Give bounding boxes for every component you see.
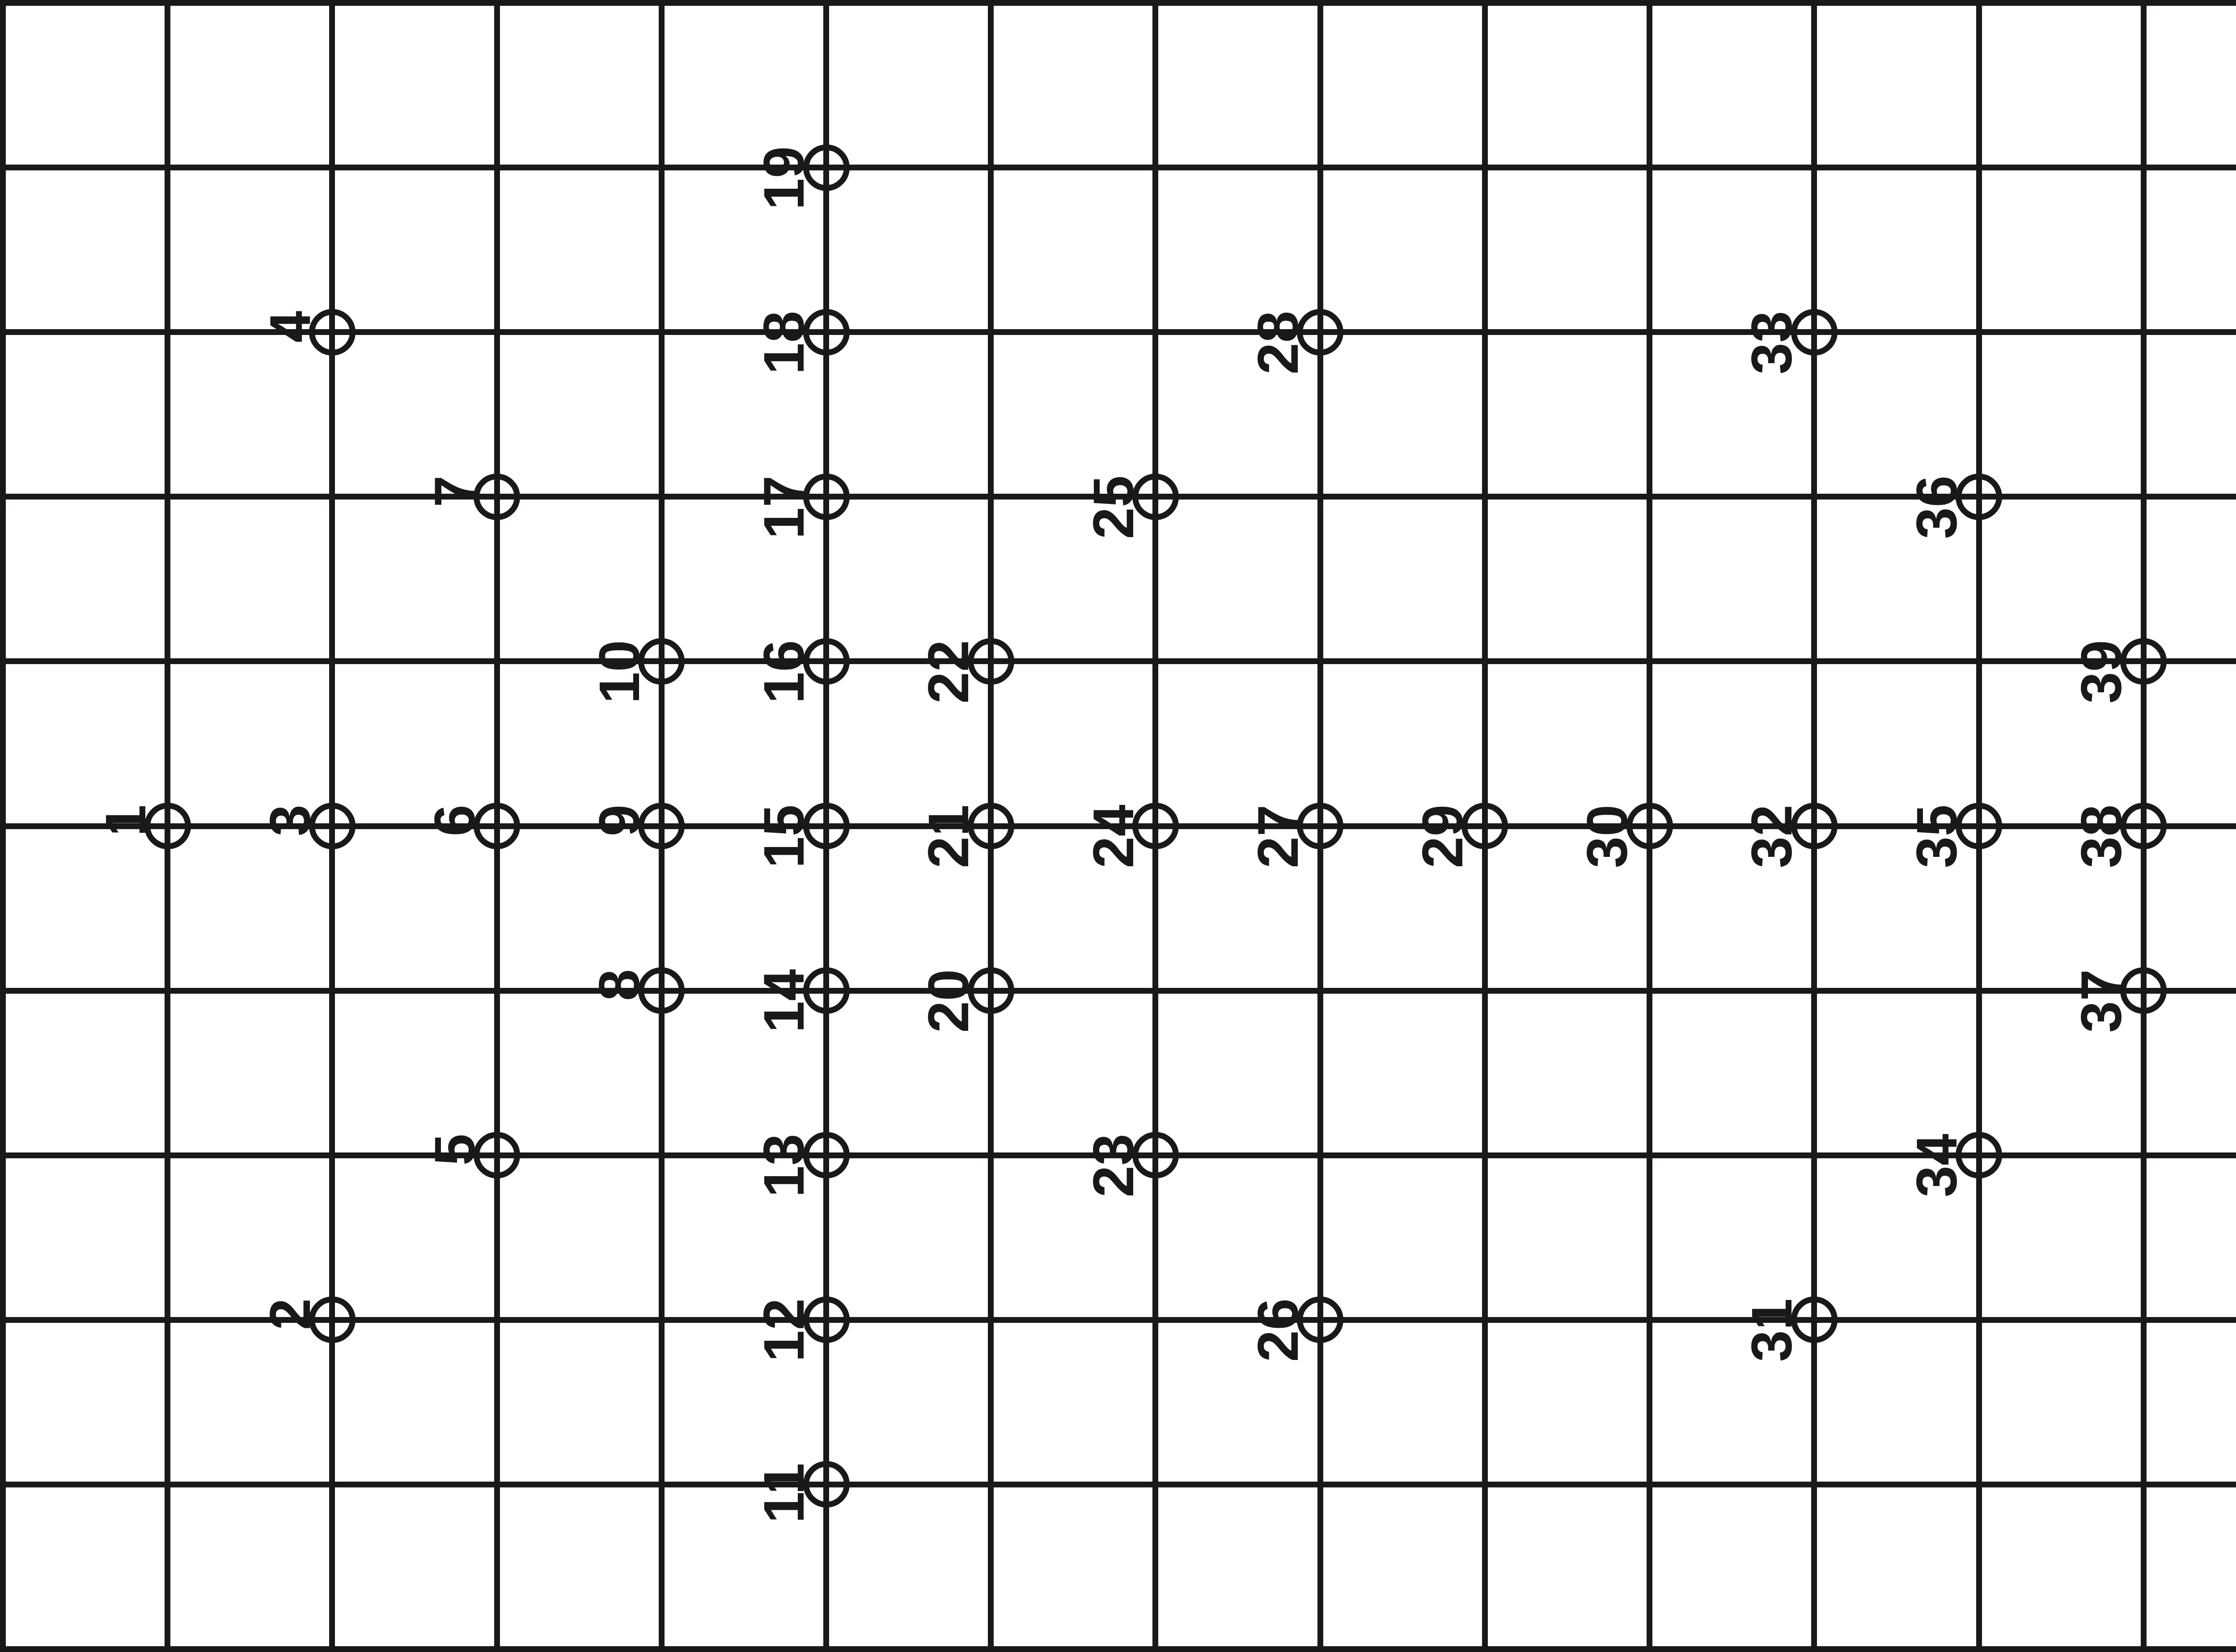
dot-number-label: 31 — [1744, 1298, 1801, 1362]
dot-number-label: 36 — [1908, 475, 1965, 539]
dot-number-label: 34 — [1908, 1134, 1965, 1197]
dot-number-label: 1 — [97, 805, 154, 836]
dot-number-label: 17 — [756, 475, 813, 539]
dot-number-label: 2 — [262, 1298, 319, 1330]
puzzle-board: 1234567891011121314151617181920212223242… — [0, 0, 2236, 1652]
dot-number-label: 4 — [262, 311, 319, 343]
dot-number-label: 28 — [1249, 311, 1307, 374]
dot-number-label: 26 — [1249, 1298, 1307, 1362]
dot-number-label: 30 — [1579, 805, 1636, 868]
dot-number-label: 14 — [756, 969, 813, 1033]
dot-number-label: 7 — [426, 475, 483, 507]
dot-number-label: 22 — [920, 640, 978, 703]
dot-number-label: 15 — [756, 805, 813, 868]
dot-number-label: 20 — [920, 969, 978, 1033]
dot-number-label: 11 — [756, 1463, 813, 1523]
dot-number-label: 18 — [756, 311, 813, 374]
dot-number-label: 39 — [2073, 640, 2130, 703]
nodes-layer: 1234567891011121314151617181920212223242… — [0, 0, 2236, 1652]
dot-number-label: 32 — [1744, 805, 1801, 868]
dot-number-label: 23 — [1085, 1134, 1142, 1197]
dot-number-label: 29 — [1414, 805, 1471, 868]
dot-number-label: 35 — [1908, 805, 1965, 868]
dot-number-label: 10 — [591, 640, 648, 703]
dot-number-label: 33 — [1744, 311, 1801, 374]
dot-number-label: 9 — [591, 805, 648, 836]
dot-number-label: 24 — [1085, 805, 1142, 868]
dot-number-label: 27 — [1249, 805, 1307, 868]
dot-number-label: 19 — [756, 146, 813, 210]
dot-number-label: 13 — [756, 1134, 813, 1197]
dot-number-label: 16 — [756, 640, 813, 703]
dot-number-label: 8 — [591, 969, 648, 1001]
dot-number-label: 38 — [2073, 805, 2130, 868]
dot-number-label: 25 — [1085, 475, 1142, 539]
dot-number-label: 21 — [920, 805, 978, 868]
dot-number-label: 37 — [2073, 969, 2130, 1033]
dot-number-label: 5 — [426, 1134, 483, 1165]
dot-number-label: 12 — [756, 1298, 813, 1362]
dot-number-label: 3 — [262, 805, 319, 836]
dot-number-label: 6 — [426, 805, 483, 836]
